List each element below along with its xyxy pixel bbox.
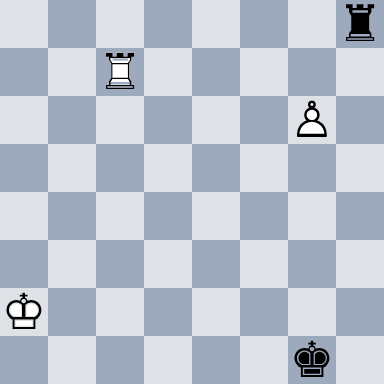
square-h3[interactable]: [336, 240, 384, 288]
square-b3[interactable]: [48, 240, 96, 288]
square-a1[interactable]: [0, 336, 48, 384]
square-e7[interactable]: [192, 48, 240, 96]
white-pawn-glyph: ♙: [288, 96, 336, 144]
square-c5[interactable]: [96, 144, 144, 192]
white-pawn-fill: ♟: [288, 96, 336, 144]
square-c2[interactable]: [96, 288, 144, 336]
square-c1[interactable]: [96, 336, 144, 384]
square-h2[interactable]: [336, 288, 384, 336]
black-rook-glyph: ♜: [336, 0, 384, 48]
white-pawn[interactable]: ♟♙: [288, 96, 336, 144]
square-d5[interactable]: [144, 144, 192, 192]
square-b4[interactable]: [48, 192, 96, 240]
square-g2[interactable]: [288, 288, 336, 336]
white-king-glyph: ♔: [0, 288, 48, 336]
chess-board: ♜♜♖♟♙♚♔♚: [0, 0, 384, 384]
white-rook[interactable]: ♜♖: [96, 48, 144, 96]
square-c3[interactable]: [96, 240, 144, 288]
square-b1[interactable]: [48, 336, 96, 384]
square-g3[interactable]: [288, 240, 336, 288]
square-f5[interactable]: [240, 144, 288, 192]
square-e2[interactable]: [192, 288, 240, 336]
square-h7[interactable]: [336, 48, 384, 96]
white-king-fill: ♚: [0, 288, 48, 336]
square-a6[interactable]: [0, 96, 48, 144]
square-e8[interactable]: [192, 0, 240, 48]
square-c7[interactable]: ♜♖: [96, 48, 144, 96]
black-rook[interactable]: ♜: [336, 0, 384, 48]
square-g8[interactable]: [288, 0, 336, 48]
square-f1[interactable]: [240, 336, 288, 384]
square-d4[interactable]: [144, 192, 192, 240]
black-king-glyph: ♚: [288, 336, 336, 384]
square-g1[interactable]: ♚: [288, 336, 336, 384]
square-c8[interactable]: [96, 0, 144, 48]
square-g4[interactable]: [288, 192, 336, 240]
square-d8[interactable]: [144, 0, 192, 48]
black-king[interactable]: ♚: [288, 336, 336, 384]
square-d2[interactable]: [144, 288, 192, 336]
square-g7[interactable]: [288, 48, 336, 96]
square-h6[interactable]: [336, 96, 384, 144]
square-a7[interactable]: [0, 48, 48, 96]
square-f2[interactable]: [240, 288, 288, 336]
white-rook-fill: ♜: [96, 48, 144, 96]
square-c4[interactable]: [96, 192, 144, 240]
square-h4[interactable]: [336, 192, 384, 240]
square-f7[interactable]: [240, 48, 288, 96]
square-g5[interactable]: [288, 144, 336, 192]
square-e4[interactable]: [192, 192, 240, 240]
square-f8[interactable]: [240, 0, 288, 48]
square-f3[interactable]: [240, 240, 288, 288]
square-d3[interactable]: [144, 240, 192, 288]
square-f6[interactable]: [240, 96, 288, 144]
square-b8[interactable]: [48, 0, 96, 48]
square-b6[interactable]: [48, 96, 96, 144]
square-a4[interactable]: [0, 192, 48, 240]
square-a2[interactable]: ♚♔: [0, 288, 48, 336]
square-e3[interactable]: [192, 240, 240, 288]
square-b7[interactable]: [48, 48, 96, 96]
square-b2[interactable]: [48, 288, 96, 336]
square-d7[interactable]: [144, 48, 192, 96]
square-e5[interactable]: [192, 144, 240, 192]
square-e1[interactable]: [192, 336, 240, 384]
square-a5[interactable]: [0, 144, 48, 192]
square-f4[interactable]: [240, 192, 288, 240]
square-d1[interactable]: [144, 336, 192, 384]
square-d6[interactable]: [144, 96, 192, 144]
square-c6[interactable]: [96, 96, 144, 144]
white-king[interactable]: ♚♔: [0, 288, 48, 336]
square-h1[interactable]: [336, 336, 384, 384]
white-rook-glyph: ♖: [96, 48, 144, 96]
square-a8[interactable]: [0, 0, 48, 48]
square-h5[interactable]: [336, 144, 384, 192]
square-e6[interactable]: [192, 96, 240, 144]
square-h8[interactable]: ♜: [336, 0, 384, 48]
square-a3[interactable]: [0, 240, 48, 288]
square-g6[interactable]: ♟♙: [288, 96, 336, 144]
square-b5[interactable]: [48, 144, 96, 192]
